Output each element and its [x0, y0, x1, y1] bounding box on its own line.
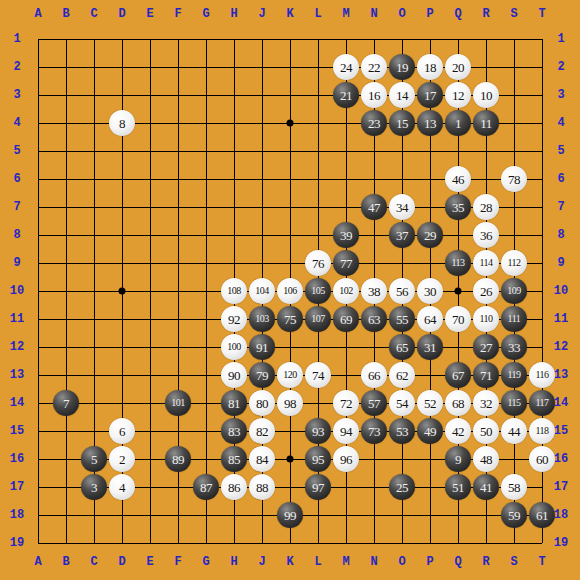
stone-black: 115: [501, 390, 527, 416]
stone-black: 101: [165, 390, 191, 416]
move-number: 98: [284, 397, 296, 410]
move-number: 36: [480, 229, 492, 242]
hoshi-point: [287, 120, 294, 127]
move-number: 113: [451, 258, 464, 268]
move-number: 59: [508, 509, 520, 522]
stone-black: 5: [81, 446, 107, 472]
stone-white: 80: [249, 390, 275, 416]
move-number: 96: [340, 453, 352, 466]
move-number: 65: [396, 341, 408, 354]
move-number: 11: [480, 117, 492, 130]
stone-white: 50: [473, 418, 499, 444]
stone-white: 116: [529, 362, 555, 388]
move-number: 72: [340, 397, 352, 410]
stone-white: 16: [361, 82, 387, 108]
move-number: 82: [256, 425, 268, 438]
stone-white: 100: [221, 334, 247, 360]
move-number: 27: [480, 341, 492, 354]
stone-white: 98: [277, 390, 303, 416]
stone-black: 7: [53, 390, 79, 416]
stone-white: 86: [221, 474, 247, 500]
move-number: 20: [452, 61, 464, 74]
stone-white: 92: [221, 306, 247, 332]
stone-white: 106: [277, 278, 303, 304]
stone-black: 111: [501, 306, 527, 332]
go-board[interactable]: 1234567891011121314151617181920212223242…: [0, 0, 580, 580]
move-number: 44: [508, 425, 520, 438]
move-number: 33: [508, 341, 520, 354]
move-number: 14: [396, 89, 408, 102]
stone-black: 59: [501, 502, 527, 528]
move-number: 38: [368, 285, 380, 298]
stone-black: 9: [445, 446, 471, 472]
stone-black: 13: [417, 110, 443, 136]
move-number: 103: [255, 314, 269, 324]
stone-white: 18: [417, 54, 443, 80]
move-number: 97: [312, 481, 324, 494]
move-number: 84: [256, 453, 268, 466]
move-number: 109: [507, 286, 521, 296]
move-number: 37: [396, 229, 408, 242]
move-number: 51: [452, 481, 464, 494]
move-number: 31: [424, 341, 436, 354]
stone-white: 108: [221, 278, 247, 304]
move-number: 120: [283, 370, 297, 380]
move-number: 74: [312, 369, 324, 382]
move-number: 93: [312, 425, 324, 438]
stone-black: 85: [221, 446, 247, 472]
move-number: 1: [455, 117, 461, 130]
stone-black: 61: [529, 502, 555, 528]
stone-white: 44: [501, 418, 527, 444]
stone-black: 49: [417, 418, 443, 444]
move-number: 4: [119, 481, 125, 494]
stone-black: 99: [277, 502, 303, 528]
move-number: 22: [368, 61, 380, 74]
stone-black: 25: [389, 474, 415, 500]
stone-white: 48: [473, 446, 499, 472]
move-number: 85: [228, 453, 240, 466]
move-number: 8: [119, 117, 125, 130]
stone-black: 87: [193, 474, 219, 500]
move-number: 24: [340, 61, 352, 74]
move-number: 111: [508, 314, 521, 324]
stone-black: 1: [445, 110, 471, 136]
stone-white: 102: [333, 278, 359, 304]
stone-white: 78: [501, 166, 527, 192]
stone-black: 91: [249, 334, 275, 360]
stone-black: 51: [445, 474, 471, 500]
move-number: 30: [424, 285, 436, 298]
stone-black: 71: [473, 362, 499, 388]
move-number: 6: [119, 425, 125, 438]
stone-black: 67: [445, 362, 471, 388]
move-number: 81: [228, 397, 240, 410]
stone-white: 104: [249, 278, 275, 304]
move-number: 118: [535, 426, 548, 436]
stone-white: 52: [417, 390, 443, 416]
move-number: 29: [424, 229, 436, 242]
move-number: 18: [424, 61, 436, 74]
stone-black: 119: [501, 362, 527, 388]
stone-white: 20: [445, 54, 471, 80]
move-number: 112: [507, 258, 520, 268]
move-number: 55: [396, 313, 408, 326]
move-number: 89: [172, 453, 184, 466]
move-number: 117: [535, 398, 548, 408]
move-number: 21: [340, 89, 352, 102]
move-number: 116: [535, 370, 548, 380]
stone-black: 15: [389, 110, 415, 136]
stone-white: 10: [473, 82, 499, 108]
stone-white: 74: [305, 362, 331, 388]
hoshi-point: [455, 288, 462, 295]
move-number: 48: [480, 453, 492, 466]
stone-black: 11: [473, 110, 499, 136]
move-number: 34: [396, 201, 408, 214]
move-number: 76: [312, 257, 324, 270]
stone-white: 12: [445, 82, 471, 108]
stone-white: 60: [529, 446, 555, 472]
stone-white: 38: [361, 278, 387, 304]
stone-black: 63: [361, 306, 387, 332]
stone-black: 19: [389, 54, 415, 80]
move-number: 3: [91, 481, 97, 494]
stone-black: 73: [361, 418, 387, 444]
stone-white: 96: [333, 446, 359, 472]
stone-black: 81: [221, 390, 247, 416]
move-number: 26: [480, 285, 492, 298]
move-number: 16: [368, 89, 380, 102]
stone-white: 88: [249, 474, 275, 500]
stone-black: 89: [165, 446, 191, 472]
stone-white: 62: [389, 362, 415, 388]
stone-black: 55: [389, 306, 415, 332]
move-number: 75: [284, 313, 296, 326]
stone-black: 77: [333, 250, 359, 276]
move-number: 73: [368, 425, 380, 438]
stone-white: 22: [361, 54, 387, 80]
stone-black: 117: [529, 390, 555, 416]
stone-black: 37: [389, 222, 415, 248]
move-number: 104: [255, 286, 269, 296]
move-number: 62: [396, 369, 408, 382]
stone-black: 31: [417, 334, 443, 360]
move-number: 10: [480, 89, 492, 102]
stone-white: 72: [333, 390, 359, 416]
move-number: 23: [368, 117, 380, 130]
stone-black: 103: [249, 306, 275, 332]
stone-white: 6: [109, 418, 135, 444]
stone-black: 17: [417, 82, 443, 108]
move-number: 87: [200, 481, 212, 494]
move-number: 13: [424, 117, 436, 130]
move-number: 60: [536, 453, 548, 466]
stone-white: 94: [333, 418, 359, 444]
move-number: 70: [452, 313, 464, 326]
stone-black: 109: [501, 278, 527, 304]
move-number: 95: [312, 453, 324, 466]
move-number: 108: [227, 286, 241, 296]
stone-black: 113: [445, 250, 471, 276]
stone-black: 53: [389, 418, 415, 444]
move-number: 83: [228, 425, 240, 438]
stone-white: 30: [417, 278, 443, 304]
move-number: 42: [452, 425, 464, 438]
stone-black: 97: [305, 474, 331, 500]
stone-white: 82: [249, 418, 275, 444]
stone-white: 64: [417, 306, 443, 332]
stone-black: 21: [333, 82, 359, 108]
move-number: 78: [508, 173, 520, 186]
stone-white: 110: [473, 306, 499, 332]
move-number: 101: [171, 398, 185, 408]
move-number: 35: [452, 201, 464, 214]
move-number: 119: [507, 370, 520, 380]
move-number: 15: [396, 117, 408, 130]
move-number: 56: [396, 285, 408, 298]
move-number: 9: [455, 453, 461, 466]
move-number: 7: [63, 397, 69, 410]
stone-black: 83: [221, 418, 247, 444]
stone-black: 27: [473, 334, 499, 360]
move-number: 68: [452, 397, 464, 410]
stone-white: 14: [389, 82, 415, 108]
stone-black: 3: [81, 474, 107, 500]
move-number: 53: [396, 425, 408, 438]
move-number: 64: [424, 313, 436, 326]
move-number: 58: [508, 481, 520, 494]
move-number: 67: [452, 369, 464, 382]
move-number: 2: [119, 453, 125, 466]
move-number: 66: [368, 369, 380, 382]
move-number: 47: [368, 201, 380, 214]
move-number: 17: [424, 89, 436, 102]
stone-white: 118: [529, 418, 555, 444]
move-number: 114: [479, 258, 492, 268]
stone-black: 75: [277, 306, 303, 332]
stone-black: 35: [445, 194, 471, 220]
move-number: 54: [396, 397, 408, 410]
stone-white: 36: [473, 222, 499, 248]
stone-white: 76: [305, 250, 331, 276]
stone-white: 34: [389, 194, 415, 220]
hoshi-point: [119, 288, 126, 295]
stone-white: 2: [109, 446, 135, 472]
move-number: 88: [256, 481, 268, 494]
move-number: 52: [424, 397, 436, 410]
move-number: 69: [340, 313, 352, 326]
stone-white: 24: [333, 54, 359, 80]
move-number: 91: [256, 341, 268, 354]
move-number: 106: [283, 286, 297, 296]
move-number: 50: [480, 425, 492, 438]
move-number: 100: [227, 342, 241, 352]
stone-white: 58: [501, 474, 527, 500]
move-number: 25: [396, 481, 408, 494]
move-number: 107: [311, 314, 325, 324]
stone-black: 79: [249, 362, 275, 388]
stone-white: 8: [109, 110, 135, 136]
move-number: 28: [480, 201, 492, 214]
stone-white: 112: [501, 250, 527, 276]
stone-black: 95: [305, 446, 331, 472]
stone-black: 33: [501, 334, 527, 360]
move-number: 79: [256, 369, 268, 382]
stone-black: 23: [361, 110, 387, 136]
stone-black: 41: [473, 474, 499, 500]
stone-white: 120: [277, 362, 303, 388]
stone-white: 114: [473, 250, 499, 276]
go-game-diagram: ABCDEFGHJKLMNOPQRST ABCDEFGHJKLMNOPQRST …: [0, 0, 580, 580]
stone-black: 93: [305, 418, 331, 444]
move-number: 46: [452, 173, 464, 186]
stone-white: 70: [445, 306, 471, 332]
stone-black: 47: [361, 194, 387, 220]
stone-black: 107: [305, 306, 331, 332]
stone-black: 39: [333, 222, 359, 248]
stone-white: 84: [249, 446, 275, 472]
move-number: 92: [228, 313, 240, 326]
stone-black: 69: [333, 306, 359, 332]
stone-white: 90: [221, 362, 247, 388]
hoshi-point: [287, 456, 294, 463]
move-number: 63: [368, 313, 380, 326]
move-number: 12: [452, 89, 464, 102]
move-number: 90: [228, 369, 240, 382]
move-number: 105: [311, 286, 325, 296]
stone-white: 54: [389, 390, 415, 416]
move-number: 49: [424, 425, 436, 438]
stone-white: 68: [445, 390, 471, 416]
stone-black: 57: [361, 390, 387, 416]
stone-black: 29: [417, 222, 443, 248]
move-number: 19: [396, 61, 408, 74]
stone-white: 26: [473, 278, 499, 304]
move-number: 99: [284, 509, 296, 522]
move-number: 41: [480, 481, 492, 494]
move-number: 39: [340, 229, 352, 242]
stone-white: 32: [473, 390, 499, 416]
move-number: 94: [340, 425, 352, 438]
move-number: 115: [507, 398, 520, 408]
stone-white: 46: [445, 166, 471, 192]
stone-black: 65: [389, 334, 415, 360]
stone-black: 105: [305, 278, 331, 304]
stone-white: 42: [445, 418, 471, 444]
move-number: 61: [536, 509, 548, 522]
move-number: 57: [368, 397, 380, 410]
stone-white: 66: [361, 362, 387, 388]
stone-white: 28: [473, 194, 499, 220]
move-number: 110: [479, 314, 492, 324]
move-number: 5: [91, 453, 97, 466]
stone-white: 4: [109, 474, 135, 500]
move-number: 102: [339, 286, 353, 296]
move-number: 80: [256, 397, 268, 410]
move-number: 71: [480, 369, 492, 382]
stone-white: 56: [389, 278, 415, 304]
move-number: 77: [340, 257, 352, 270]
move-number: 32: [480, 397, 492, 410]
move-number: 86: [228, 481, 240, 494]
